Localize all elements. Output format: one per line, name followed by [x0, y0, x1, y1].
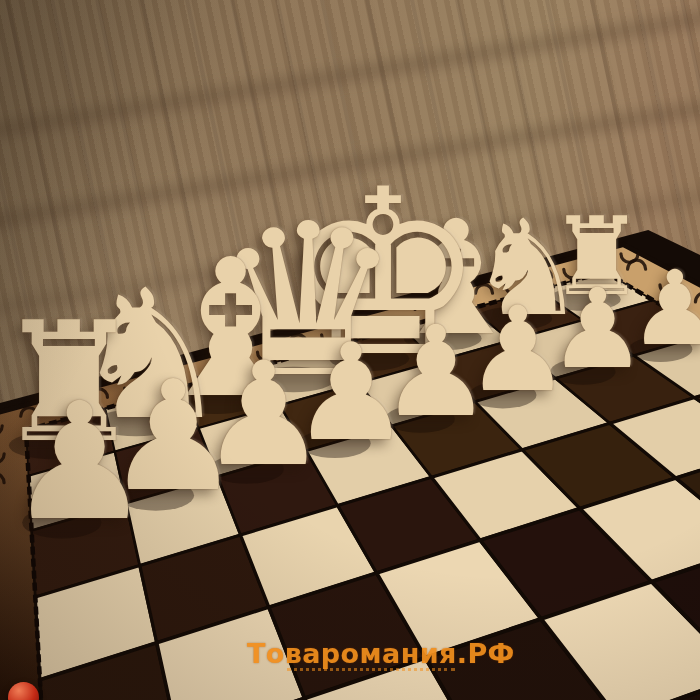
- chess-board: [0, 0, 700, 700]
- watermark-text: Товаромания.РФ: [247, 638, 515, 669]
- piece-shadow: [329, 346, 409, 371]
- piece-shadow: [385, 405, 455, 433]
- piece-shadow: [92, 410, 179, 437]
- piece-shadow: [547, 288, 621, 311]
- piece-shadow: [253, 367, 335, 392]
- piece-shadow: [9, 432, 99, 460]
- piece-shadow: [404, 326, 482, 350]
- piece-shadow: [174, 388, 259, 414]
- piece-shadow: [22, 507, 101, 539]
- piece-shadow: [118, 480, 195, 511]
- photo-stage: ♜♞♝♟♚♟♛♟♝♟♞♟♜♟♟♟ Товаромания.РФ: [0, 0, 700, 700]
- piece-shadow: [629, 337, 692, 362]
- piece-shadow: [550, 359, 615, 385]
- piece-shadow: [299, 429, 371, 458]
- piece-shadow: [469, 381, 536, 408]
- piece-shadow: [210, 454, 284, 484]
- watermark-slogan-dots: [287, 668, 455, 671]
- piece-shadow: [476, 307, 552, 330]
